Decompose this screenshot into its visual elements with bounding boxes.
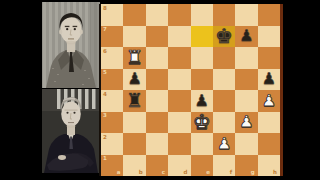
- rank-label-6: 6: [103, 49, 107, 55]
- square-e6: [191, 47, 213, 69]
- square-d5: [168, 69, 190, 91]
- square-f5: [213, 69, 235, 91]
- square-e3: ♚: [191, 112, 213, 134]
- file-label-b: b: [139, 170, 143, 176]
- square-f7: ♚: [213, 26, 235, 48]
- square-g6: [235, 47, 257, 69]
- square-d3: [168, 112, 190, 134]
- square-a2: 2: [101, 133, 123, 155]
- hand: [58, 155, 66, 160]
- file-label-d: d: [184, 170, 188, 176]
- square-c2: [146, 133, 168, 155]
- black-pawn: ♟: [191, 90, 213, 112]
- square-b3: [123, 112, 145, 134]
- square-f4: [213, 90, 235, 112]
- square-h2: [258, 133, 280, 155]
- square-a7: 7: [101, 26, 123, 48]
- square-f2: ♟: [213, 133, 235, 155]
- square-b7: [123, 26, 145, 48]
- square-g1: g: [235, 155, 257, 177]
- square-b4: ♜: [123, 90, 145, 112]
- square-e4: ♟: [191, 90, 213, 112]
- top-player-photo: [42, 2, 100, 88]
- square-d6: [168, 47, 190, 69]
- square-d7: [168, 26, 190, 48]
- square-h4: ♟: [258, 90, 280, 112]
- white-pawn: ♟: [258, 90, 280, 112]
- square-a5: 5: [101, 69, 123, 91]
- square-b2: [123, 133, 145, 155]
- square-g7: ♟: [235, 26, 257, 48]
- square-f8: [213, 4, 235, 26]
- white-pawn: ♟: [213, 133, 235, 155]
- square-c3: [146, 112, 168, 134]
- square-a3: 3: [101, 112, 123, 134]
- square-g2: [235, 133, 257, 155]
- file-label-g: g: [251, 170, 255, 176]
- square-f1: f: [213, 155, 235, 177]
- square-d4: [168, 90, 190, 112]
- square-g4: [235, 90, 257, 112]
- file-label-f: f: [230, 170, 232, 176]
- square-c4: [146, 90, 168, 112]
- square-d1: d: [168, 155, 190, 177]
- square-e8: [191, 4, 213, 26]
- square-b1: b: [123, 155, 145, 177]
- black-pawn: ♟: [258, 69, 280, 91]
- bottom-player-portrait-art: [42, 89, 100, 173]
- square-c1: c: [146, 155, 168, 177]
- square-g5: [235, 69, 257, 91]
- file-label-h: h: [273, 170, 277, 176]
- square-b8: [123, 4, 145, 26]
- square-e7: [191, 26, 213, 48]
- rank-label-4: 4: [103, 92, 107, 98]
- square-a8: 8: [101, 4, 123, 26]
- rank-label-3: 3: [103, 113, 107, 119]
- white-king: ♚: [191, 112, 213, 134]
- square-a4: 4: [101, 90, 123, 112]
- black-king: ♚: [213, 26, 235, 48]
- square-a6: 6: [101, 47, 123, 69]
- square-c8: [146, 4, 168, 26]
- square-b5: ♟: [123, 69, 145, 91]
- black-pawn: ♟: [235, 26, 257, 48]
- square-f3: [213, 112, 235, 134]
- square-b6: ♜: [123, 47, 145, 69]
- square-e1: e: [191, 155, 213, 177]
- square-a1: 1a: [101, 155, 123, 177]
- black-rook: ♜: [123, 90, 145, 112]
- square-h7: [258, 26, 280, 48]
- square-e2: [191, 133, 213, 155]
- square-h8: [258, 4, 280, 26]
- square-e5: [191, 69, 213, 91]
- black-pawn: ♟: [123, 69, 145, 91]
- chess-board: 87♚♟6♜5♟♟4♜♟♟3♚♟2♟1abcdefgh: [101, 4, 280, 176]
- square-h6: [258, 47, 280, 69]
- white-rook: ♜: [123, 47, 145, 69]
- letterbox-bar-bottom: [0, 176, 320, 180]
- board-right-edge: [280, 4, 283, 176]
- square-d8: [168, 4, 190, 26]
- white-pawn: ♟: [235, 112, 257, 134]
- square-d2: [168, 133, 190, 155]
- square-g8: [235, 4, 257, 26]
- rank-label-7: 7: [103, 27, 107, 33]
- square-h5: ♟: [258, 69, 280, 91]
- rank-label-2: 2: [103, 135, 107, 141]
- square-g3: ♟: [235, 112, 257, 134]
- square-h3: [258, 112, 280, 134]
- file-label-c: c: [162, 170, 165, 176]
- top-player-portrait-art: [42, 2, 100, 88]
- rank-label-8: 8: [103, 6, 107, 12]
- square-c7: [146, 26, 168, 48]
- square-c5: [146, 69, 168, 91]
- rank-label-1: 1: [103, 156, 107, 162]
- file-label-a: a: [117, 170, 121, 176]
- square-f6: [213, 47, 235, 69]
- square-h1: h: [258, 155, 280, 177]
- bottom-player-photo: [42, 88, 100, 173]
- rank-label-5: 5: [103, 70, 107, 76]
- file-label-e: e: [206, 170, 210, 176]
- square-c6: [146, 47, 168, 69]
